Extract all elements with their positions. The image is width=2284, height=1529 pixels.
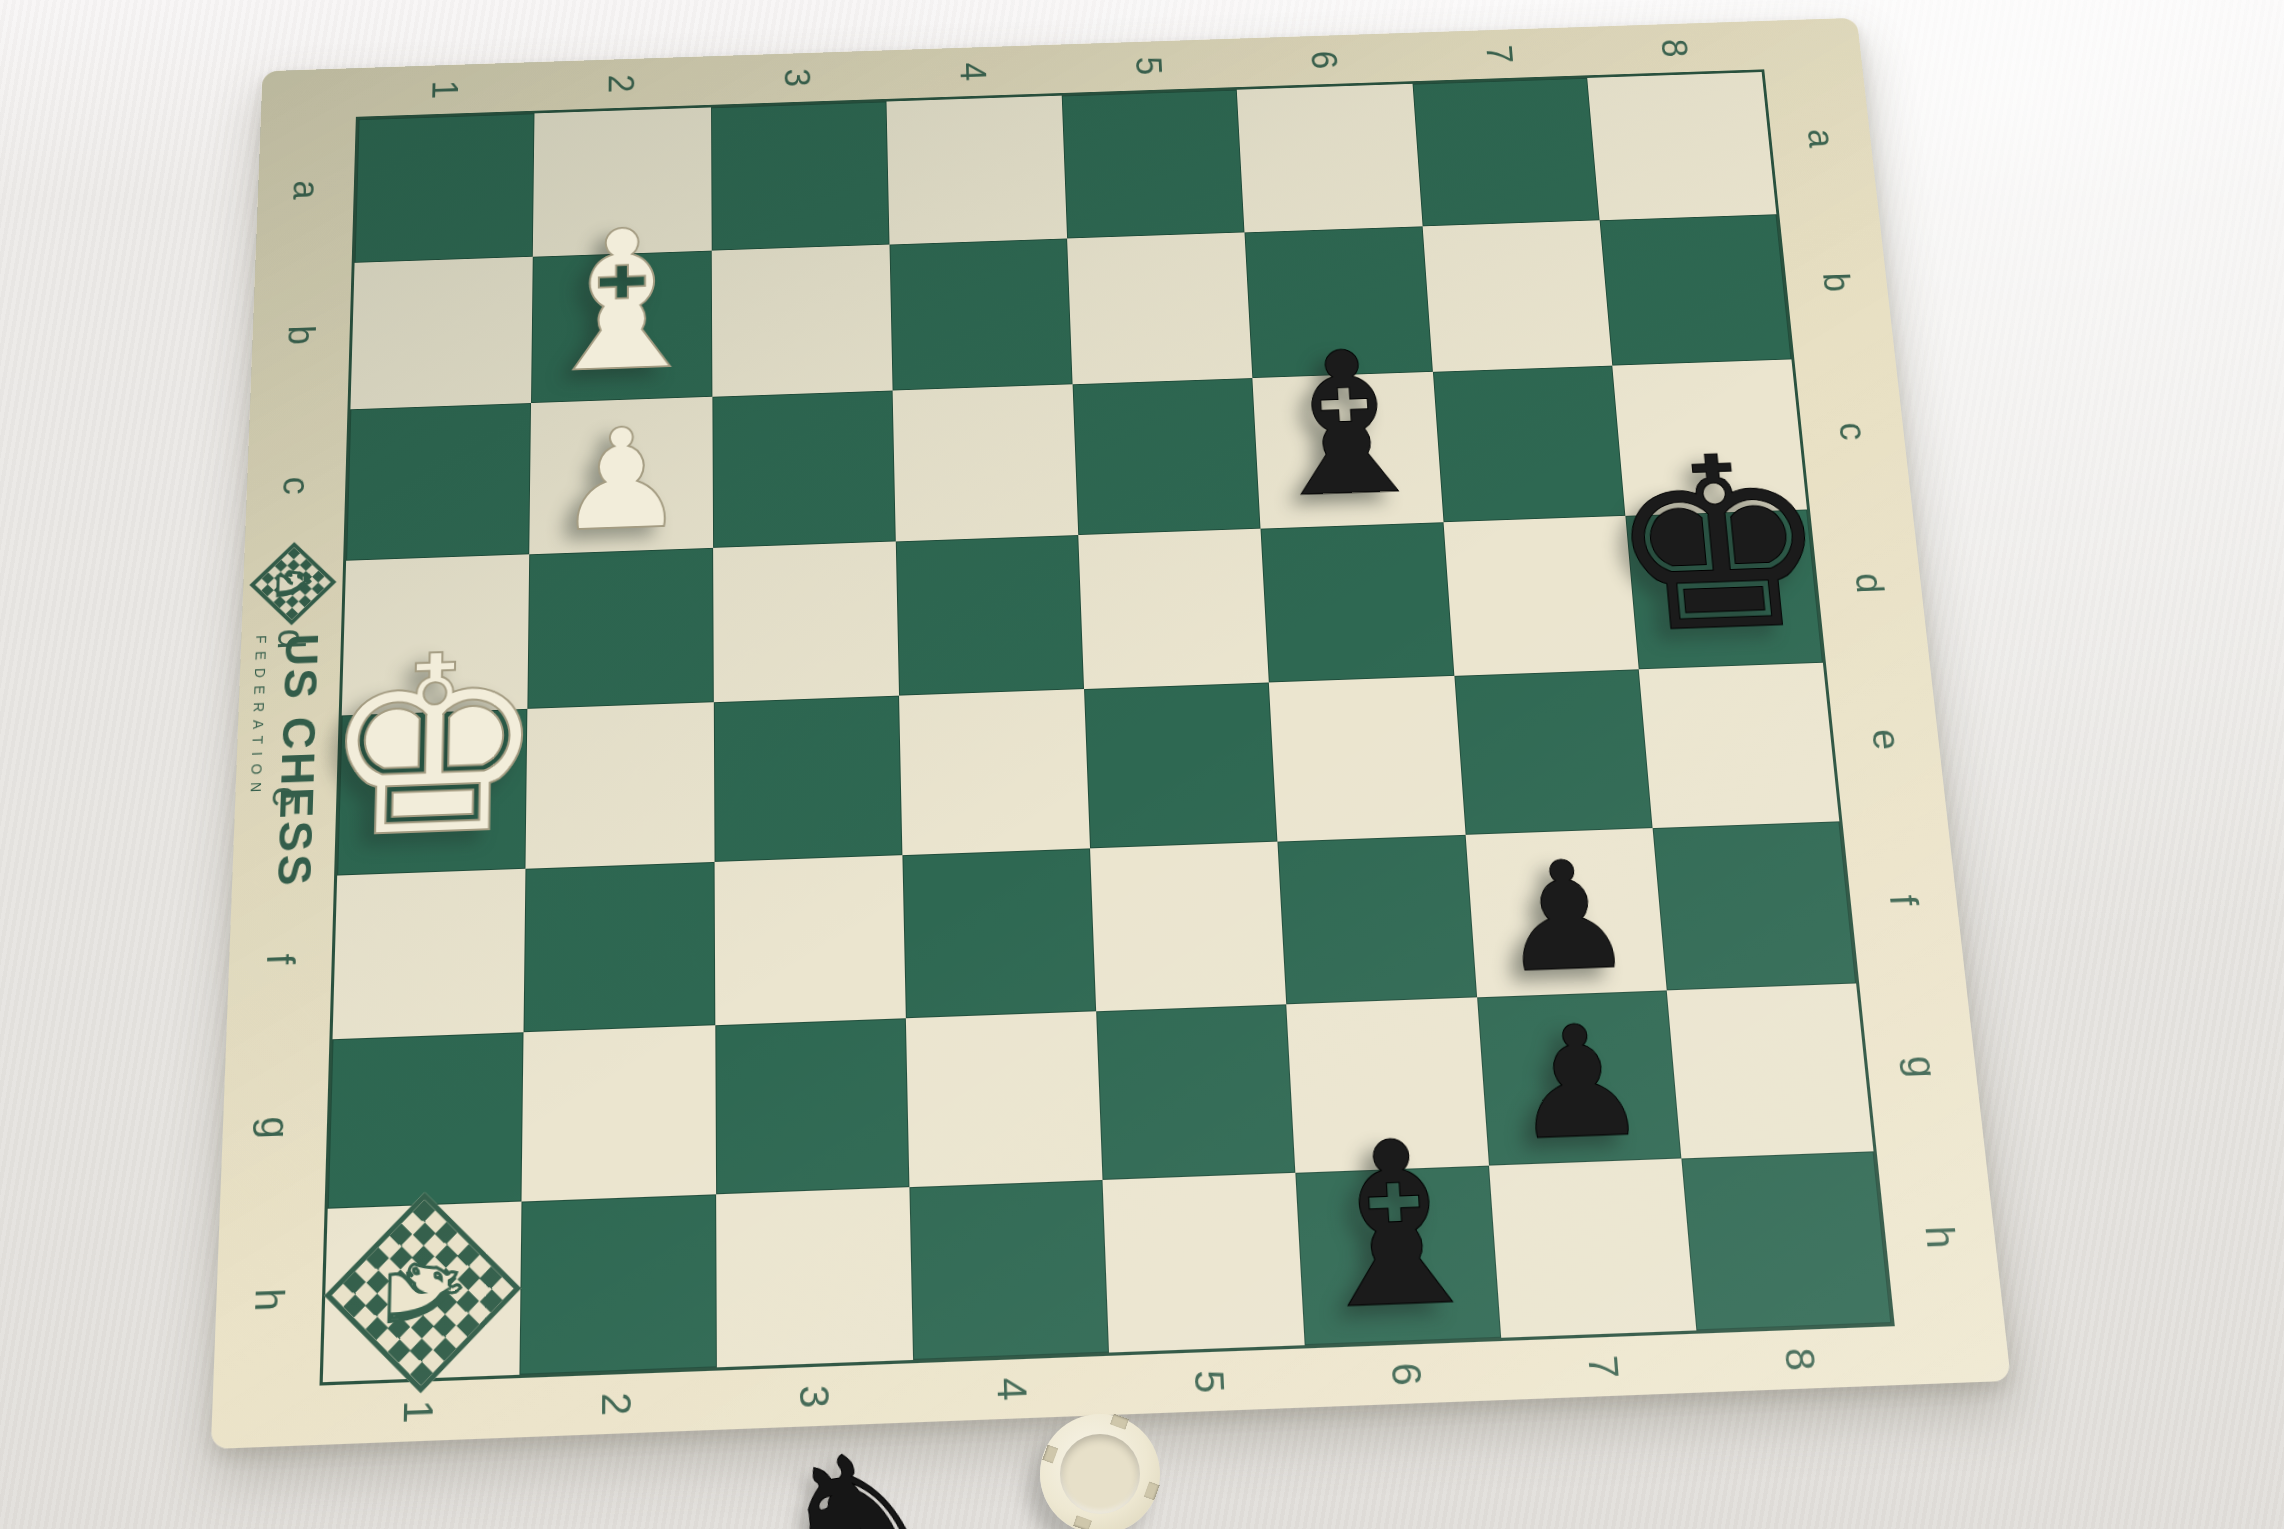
square-h3 <box>716 1187 913 1368</box>
square-f8 <box>1652 821 1856 991</box>
square-f7: ♟ <box>1465 828 1666 998</box>
black-king-piece: ♚ <box>1599 424 1842 668</box>
us-chess-crest-corner-icon: ♞ <box>335 1189 509 1395</box>
square-b8 <box>1599 214 1791 366</box>
square-a7 <box>1412 78 1599 226</box>
square-b1 <box>350 256 533 409</box>
white-bishop-piece: ♝ <box>529 203 714 401</box>
square-c7 <box>1432 366 1625 522</box>
square-h6: ♝ <box>1296 1165 1501 1345</box>
chess-mat: 12345678 12345678 abcdefgh abcdefgh ♞ US… <box>211 18 2011 1449</box>
square-c1 <box>346 403 531 560</box>
square-g1 <box>328 1032 524 1208</box>
black-pawn-piece: ♟ <box>1492 840 1639 994</box>
photo-scene: 12345678 12345678 abcdefgh abcdefgh ♞ US… <box>0 0 2284 1529</box>
square-c4 <box>892 384 1078 541</box>
black-pawn-piece: ♟ <box>1504 1003 1653 1162</box>
square-e7 <box>1454 669 1652 834</box>
square-d5 <box>1078 528 1269 689</box>
square-f6 <box>1278 834 1477 1004</box>
offboard-white-rook-piece <box>1040 1414 1160 1529</box>
square-d8: ♚ <box>1625 509 1823 669</box>
white-king-piece: ♚ <box>317 621 548 874</box>
square-d3 <box>713 541 899 702</box>
square-c2: ♟ <box>529 397 712 554</box>
square-c5 <box>1073 378 1261 535</box>
square-e6 <box>1269 676 1465 841</box>
square-e2 <box>526 702 714 868</box>
white-pawn-piece: ♟ <box>555 408 686 551</box>
square-g8 <box>1666 983 1873 1157</box>
square-d2 <box>528 547 714 708</box>
square-h8 <box>1681 1151 1891 1331</box>
us-chess-crest-icon: ♞ <box>261 553 324 614</box>
square-h4 <box>909 1179 1109 1360</box>
square-a8 <box>1587 72 1776 220</box>
square-f2 <box>524 861 715 1032</box>
square-a3 <box>711 102 890 251</box>
square-f1 <box>333 868 526 1039</box>
square-g5 <box>1096 1004 1295 1179</box>
crest-knight-icon: ♞ <box>270 564 315 603</box>
square-h2 <box>520 1194 717 1375</box>
black-bishop-piece: ♝ <box>1290 1110 1503 1343</box>
square-b7 <box>1422 220 1612 372</box>
square-d4 <box>896 535 1085 696</box>
chess-board: ♝♟♝♚♚♟♟♞♝ <box>319 69 1894 1385</box>
square-g2 <box>522 1025 716 1201</box>
square-c3 <box>712 391 896 548</box>
square-g7: ♟ <box>1477 990 1681 1165</box>
square-g4 <box>906 1011 1103 1186</box>
square-a1 <box>355 113 535 262</box>
square-e8 <box>1638 663 1839 828</box>
square-f5 <box>1090 841 1286 1011</box>
square-g3 <box>715 1018 909 1194</box>
square-h1: ♞ <box>323 1201 522 1382</box>
square-e4 <box>899 689 1090 855</box>
square-b2: ♝ <box>531 250 712 403</box>
square-b3 <box>711 244 892 397</box>
square-a4 <box>886 96 1067 244</box>
square-b4 <box>889 238 1072 390</box>
square-a5 <box>1062 90 1245 238</box>
square-e3 <box>713 696 902 862</box>
square-b5 <box>1067 232 1253 384</box>
offboard-black-knight-piece: ♞ <box>758 1418 961 1529</box>
square-d6 <box>1261 522 1454 683</box>
square-f4 <box>902 848 1096 1018</box>
black-bishop-piece: ♝ <box>1248 324 1446 526</box>
square-c6: ♝ <box>1253 372 1443 528</box>
square-e5 <box>1084 682 1278 847</box>
rook-crenellation-notch <box>1073 1515 1092 1529</box>
rook-crenellation-notch <box>1042 1445 1058 1464</box>
square-e1: ♚ <box>337 709 527 875</box>
logo-sub-text: FEDERATION <box>247 635 269 800</box>
square-h5 <box>1102 1172 1304 1352</box>
crest-knight-icon: ♞ <box>373 1245 472 1337</box>
square-f3 <box>714 855 906 1026</box>
square-h7 <box>1488 1158 1696 1338</box>
square-a6 <box>1237 84 1422 232</box>
